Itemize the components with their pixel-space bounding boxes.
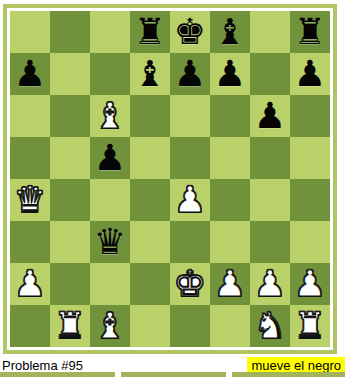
chess-board: ♜♚♝♜♟♝♟♟♟♝♟♟♛♟♛♟♚♟♟♟♜♝♞♜	[10, 11, 330, 347]
black-bishop: ♝	[214, 14, 246, 50]
square-g4	[250, 179, 290, 221]
white-pawn: ♟	[174, 182, 206, 218]
square-c4	[90, 179, 130, 221]
white-bishop: ♝	[94, 308, 126, 344]
white-pawn: ♟	[294, 266, 326, 302]
black-pawn: ♟	[174, 56, 206, 92]
square-e5	[170, 137, 210, 179]
square-d7: ♝	[130, 53, 170, 95]
square-a1	[10, 305, 50, 347]
square-c3: ♛	[90, 221, 130, 263]
black-pawn: ♟	[294, 56, 326, 92]
square-c7	[90, 53, 130, 95]
square-a4: ♛	[10, 179, 50, 221]
square-d4	[130, 179, 170, 221]
square-b4	[50, 179, 90, 221]
square-g1: ♞	[250, 305, 290, 347]
white-rook: ♜	[54, 308, 86, 344]
square-a2: ♟	[10, 263, 50, 305]
black-pawn: ♟	[94, 140, 126, 176]
square-d8: ♜	[130, 11, 170, 53]
next-board-edge	[0, 372, 115, 377]
square-h3	[290, 221, 330, 263]
square-d2	[130, 263, 170, 305]
board-frame: ♜♚♝♜♟♝♟♟♟♝♟♟♛♟♛♟♚♟♟♟♜♝♞♜	[3, 4, 337, 354]
square-h2: ♟	[290, 263, 330, 305]
square-f7: ♟	[210, 53, 250, 95]
square-a5	[10, 137, 50, 179]
black-rook: ♜	[134, 14, 166, 50]
square-f5	[210, 137, 250, 179]
square-f3	[210, 221, 250, 263]
chess-problem-card: ♜♚♝♜♟♝♟♟♟♝♟♟♛♟♛♟♚♟♟♟♜♝♞♜ Problema #95 mu…	[0, 0, 345, 377]
square-g7	[250, 53, 290, 95]
square-e6	[170, 95, 210, 137]
square-c6: ♝	[90, 95, 130, 137]
square-e3	[170, 221, 210, 263]
square-e2: ♚	[170, 263, 210, 305]
square-d3	[130, 221, 170, 263]
square-h5	[290, 137, 330, 179]
square-h8: ♜	[290, 11, 330, 53]
white-queen: ♛	[14, 182, 46, 218]
next-board-edge	[232, 372, 345, 377]
square-f1	[210, 305, 250, 347]
square-b2	[50, 263, 90, 305]
black-king: ♚	[174, 14, 206, 50]
white-king: ♚	[174, 266, 206, 302]
square-b1: ♜	[50, 305, 90, 347]
black-pawn: ♟	[214, 56, 246, 92]
square-h4	[290, 179, 330, 221]
black-bishop: ♝	[134, 56, 166, 92]
square-h1: ♜	[290, 305, 330, 347]
square-b7	[50, 53, 90, 95]
square-a6	[10, 95, 50, 137]
square-f8: ♝	[210, 11, 250, 53]
square-h7: ♟	[290, 53, 330, 95]
next-diagrams-row-top	[0, 372, 345, 377]
problem-number-label: Problema #95	[2, 358, 83, 373]
square-a7: ♟	[10, 53, 50, 95]
black-queen: ♛	[94, 224, 126, 260]
square-f6	[210, 95, 250, 137]
square-e1	[170, 305, 210, 347]
square-e7: ♟	[170, 53, 210, 95]
square-f4	[210, 179, 250, 221]
square-e8: ♚	[170, 11, 210, 53]
square-c2	[90, 263, 130, 305]
square-g5	[250, 137, 290, 179]
square-d6	[130, 95, 170, 137]
square-c8	[90, 11, 130, 53]
square-c5: ♟	[90, 137, 130, 179]
next-board-edge	[121, 372, 226, 377]
square-a3	[10, 221, 50, 263]
square-g2: ♟	[250, 263, 290, 305]
square-c1: ♝	[90, 305, 130, 347]
square-e4: ♟	[170, 179, 210, 221]
square-b3	[50, 221, 90, 263]
white-bishop: ♝	[94, 98, 126, 134]
square-h6	[290, 95, 330, 137]
white-pawn: ♟	[214, 266, 246, 302]
black-rook: ♜	[294, 14, 326, 50]
square-f2: ♟	[210, 263, 250, 305]
square-a8	[10, 11, 50, 53]
square-b6	[50, 95, 90, 137]
square-d1	[130, 305, 170, 347]
white-pawn: ♟	[254, 266, 286, 302]
square-b5	[50, 137, 90, 179]
white-rook: ♜	[294, 308, 326, 344]
black-pawn: ♟	[14, 56, 46, 92]
square-d5	[130, 137, 170, 179]
square-g6: ♟	[250, 95, 290, 137]
white-pawn: ♟	[14, 266, 46, 302]
white-knight: ♞	[254, 308, 286, 344]
black-pawn: ♟	[254, 98, 286, 134]
square-g3	[250, 221, 290, 263]
square-b8	[50, 11, 90, 53]
square-g8	[250, 11, 290, 53]
